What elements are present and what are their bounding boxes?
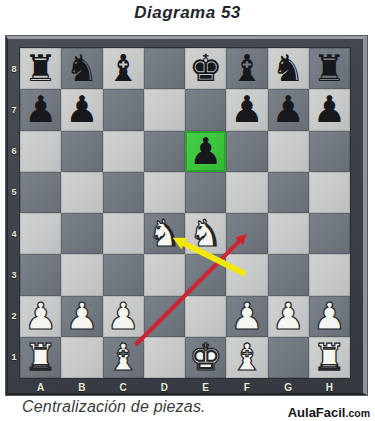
diagram-caption: Centralización de piezas. (22, 398, 206, 416)
white-pawn-a2: ♟ (24, 296, 57, 337)
white-pawn-g2: ♟ (272, 296, 305, 337)
square-c7 (103, 89, 144, 130)
square-b1 (61, 337, 102, 378)
square-g6 (268, 131, 309, 172)
diagram-title: Diagrama 53 (0, 3, 375, 23)
board-squares: ♜♞♝♚♝♞♜♟♟♟♟♟♟♞♞♟♟♟♟♟♟♜♝♚♝♜ (20, 48, 350, 378)
file-label-e: E (185, 379, 226, 395)
black-pawn-g7: ♟ (272, 89, 305, 130)
black-knight-b8: ♞ (65, 48, 98, 89)
square-h4 (309, 213, 350, 254)
black-bishop-c8: ♝ (107, 48, 140, 89)
black-pawn-e6: ♟ (189, 131, 222, 172)
white-pawn-f2: ♟ (230, 296, 263, 337)
black-pawn-f7: ♟ (230, 89, 263, 130)
square-d6 (144, 131, 185, 172)
rank-label-4: 4 (8, 213, 20, 254)
chess-board: 87654321 ♜♞♝♚♝♞♜♟♟♟♟♟♟♞♞♟♟♟♟♟♟♜♝♚♝♜ ABCD… (6, 36, 367, 395)
brand-name: AulaFacil (288, 405, 346, 420)
square-e8: ♚ (185, 48, 226, 89)
square-e1: ♚ (185, 337, 226, 378)
square-c2: ♟ (103, 296, 144, 337)
square-g3 (268, 254, 309, 295)
white-bishop-f1: ♝ (230, 337, 263, 378)
square-e6: ♟ (185, 131, 226, 172)
black-bishop-f8: ♝ (230, 48, 263, 89)
square-a5 (20, 172, 61, 213)
white-rook-a1: ♜ (24, 337, 57, 378)
brand-suffix: .com (345, 407, 370, 419)
square-h1: ♜ (309, 337, 350, 378)
square-f8: ♝ (226, 48, 267, 89)
rank-label-1: 1 (8, 337, 20, 378)
square-b2: ♟ (61, 296, 102, 337)
square-f4 (226, 213, 267, 254)
caption-bar: Centralización de piezas. AulaFacil.com (0, 396, 375, 421)
file-label-d: D (144, 379, 185, 395)
square-d2 (144, 296, 185, 337)
white-pawn-b2: ♟ (65, 296, 98, 337)
square-a6 (20, 131, 61, 172)
file-label-h: H (309, 379, 350, 395)
file-label-c: C (103, 379, 144, 395)
file-label-b: B (61, 379, 102, 395)
rank-label-3: 3 (8, 254, 20, 295)
black-rook-a8: ♜ (24, 48, 57, 89)
square-c1: ♝ (103, 337, 144, 378)
square-b5 (61, 172, 102, 213)
square-h2: ♟ (309, 296, 350, 337)
square-b6 (61, 131, 102, 172)
square-d7 (144, 89, 185, 130)
square-e2 (185, 296, 226, 337)
square-g1 (268, 337, 309, 378)
white-knight-d4: ♞ (148, 213, 181, 254)
square-f3 (226, 254, 267, 295)
white-pawn-c2: ♟ (107, 296, 140, 337)
square-a7: ♟ (20, 89, 61, 130)
square-c8: ♝ (103, 48, 144, 89)
square-b3 (61, 254, 102, 295)
rank-label-6: 6 (8, 131, 20, 172)
square-d1 (144, 337, 185, 378)
square-d3 (144, 254, 185, 295)
square-h8: ♜ (309, 48, 350, 89)
square-e3 (185, 254, 226, 295)
square-c4 (103, 213, 144, 254)
square-f1: ♝ (226, 337, 267, 378)
file-label-g: G (268, 379, 309, 395)
square-h7: ♟ (309, 89, 350, 130)
square-e7 (185, 89, 226, 130)
rank-labels: 87654321 (8, 48, 20, 378)
square-g7: ♟ (268, 89, 309, 130)
square-f6 (226, 131, 267, 172)
file-label-a: A (20, 379, 61, 395)
square-e5 (185, 172, 226, 213)
square-b8: ♞ (61, 48, 102, 89)
square-g5 (268, 172, 309, 213)
rank-label-5: 5 (8, 172, 20, 213)
file-labels: ABCDEFGH (20, 379, 350, 395)
white-rook-h1: ♜ (313, 337, 346, 378)
square-a4 (20, 213, 61, 254)
black-pawn-b7: ♟ (65, 89, 98, 130)
square-b7: ♟ (61, 89, 102, 130)
file-label-f: F (226, 379, 267, 395)
square-e4: ♞ (185, 213, 226, 254)
square-c5 (103, 172, 144, 213)
diagram-page: Diagrama 53 87654321 ♜♞♝♚♝♞♜♟♟♟♟♟♟♞♞♟♟♟♟… (0, 0, 375, 421)
black-king-e8: ♚ (189, 48, 222, 89)
square-f2: ♟ (226, 296, 267, 337)
square-b4 (61, 213, 102, 254)
rank-label-2: 2 (8, 296, 20, 337)
square-c3 (103, 254, 144, 295)
square-h3 (309, 254, 350, 295)
rank-label-8: 8 (8, 48, 20, 89)
square-g4 (268, 213, 309, 254)
square-h5 (309, 172, 350, 213)
square-f5 (226, 172, 267, 213)
rank-label-7: 7 (8, 89, 20, 130)
square-a2: ♟ (20, 296, 61, 337)
black-pawn-a7: ♟ (24, 89, 57, 130)
white-bishop-c1: ♝ (107, 337, 140, 378)
square-g2: ♟ (268, 296, 309, 337)
square-d8 (144, 48, 185, 89)
black-rook-h8: ♜ (313, 48, 346, 89)
site-branding: AulaFacil.com (288, 403, 370, 421)
square-f7: ♟ (226, 89, 267, 130)
square-a3 (20, 254, 61, 295)
white-king-e1: ♚ (189, 337, 222, 378)
square-g8: ♞ (268, 48, 309, 89)
square-h6 (309, 131, 350, 172)
square-a1: ♜ (20, 337, 61, 378)
square-c6 (103, 131, 144, 172)
square-d5 (144, 172, 185, 213)
white-knight-e4: ♞ (189, 213, 222, 254)
square-a8: ♜ (20, 48, 61, 89)
black-pawn-h7: ♟ (313, 89, 346, 130)
square-d4: ♞ (144, 213, 185, 254)
white-pawn-h2: ♟ (313, 296, 346, 337)
black-knight-g8: ♞ (272, 48, 305, 89)
